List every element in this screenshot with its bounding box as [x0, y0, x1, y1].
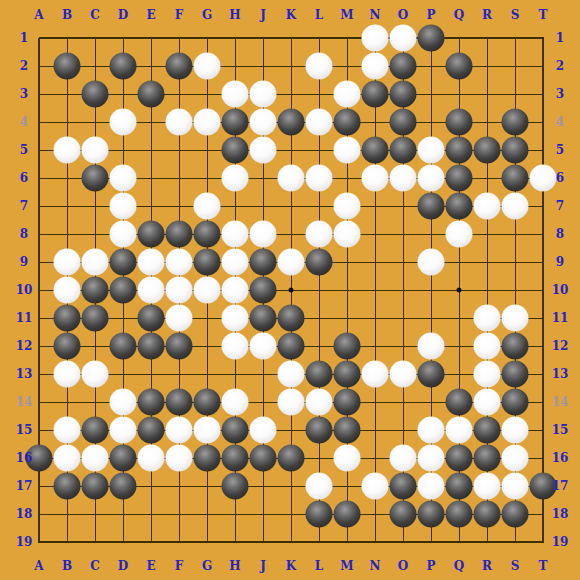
intersection[interactable] — [110, 81, 137, 108]
intersection[interactable] — [362, 305, 389, 332]
stone-black[interactable] — [446, 193, 473, 220]
intersection[interactable] — [474, 165, 501, 192]
intersection[interactable] — [278, 81, 305, 108]
stone-black[interactable] — [362, 137, 389, 164]
stone-black[interactable] — [110, 249, 137, 276]
stone-white[interactable] — [418, 137, 445, 164]
intersection[interactable] — [334, 53, 361, 80]
intersection[interactable] — [334, 473, 361, 500]
stone-white[interactable] — [334, 221, 361, 248]
intersection[interactable] — [138, 137, 165, 164]
intersection[interactable] — [194, 333, 221, 360]
stone-black[interactable] — [390, 137, 417, 164]
stone-white[interactable] — [138, 249, 165, 276]
stone-white[interactable] — [194, 53, 221, 80]
intersection[interactable] — [110, 25, 137, 52]
stone-black[interactable] — [306, 501, 333, 528]
stone-black[interactable] — [390, 501, 417, 528]
intersection[interactable] — [26, 25, 53, 52]
stone-black[interactable] — [54, 333, 81, 360]
intersection[interactable] — [306, 305, 333, 332]
intersection[interactable] — [82, 109, 109, 136]
stone-black[interactable] — [446, 137, 473, 164]
intersection[interactable] — [250, 389, 277, 416]
stone-black[interactable] — [446, 53, 473, 80]
intersection[interactable] — [194, 137, 221, 164]
stone-white[interactable] — [166, 249, 193, 276]
stone-black[interactable] — [250, 277, 277, 304]
stone-white[interactable] — [250, 221, 277, 248]
intersection[interactable] — [54, 81, 81, 108]
intersection[interactable] — [474, 277, 501, 304]
stone-black[interactable] — [502, 137, 529, 164]
stone-black[interactable] — [222, 445, 249, 472]
stone-black[interactable] — [306, 417, 333, 444]
stone-white[interactable] — [474, 305, 501, 332]
stone-white[interactable] — [334, 193, 361, 220]
stone-white[interactable] — [446, 221, 473, 248]
stone-black[interactable] — [474, 137, 501, 164]
intersection[interactable] — [530, 221, 557, 248]
stone-white[interactable] — [54, 277, 81, 304]
intersection[interactable] — [110, 501, 137, 528]
stone-white[interactable] — [362, 165, 389, 192]
intersection[interactable] — [138, 53, 165, 80]
intersection[interactable] — [26, 221, 53, 248]
stone-black[interactable] — [82, 417, 109, 444]
intersection[interactable] — [446, 529, 473, 556]
intersection[interactable] — [390, 277, 417, 304]
intersection[interactable] — [306, 529, 333, 556]
stone-black[interactable] — [334, 361, 361, 388]
stone-black[interactable] — [194, 445, 221, 472]
stone-black[interactable] — [362, 81, 389, 108]
intersection[interactable] — [194, 165, 221, 192]
intersection[interactable] — [278, 53, 305, 80]
intersection[interactable] — [194, 81, 221, 108]
stone-white[interactable] — [474, 333, 501, 360]
intersection[interactable] — [474, 221, 501, 248]
stone-white[interactable] — [390, 361, 417, 388]
intersection[interactable] — [390, 249, 417, 276]
stone-black[interactable] — [502, 389, 529, 416]
intersection[interactable] — [362, 333, 389, 360]
intersection[interactable] — [222, 53, 249, 80]
intersection[interactable] — [110, 529, 137, 556]
intersection[interactable] — [278, 417, 305, 444]
intersection[interactable] — [334, 277, 361, 304]
stone-white[interactable] — [362, 473, 389, 500]
intersection[interactable] — [502, 249, 529, 276]
intersection[interactable] — [362, 221, 389, 248]
intersection[interactable] — [362, 501, 389, 528]
intersection[interactable] — [502, 81, 529, 108]
intersection[interactable] — [474, 529, 501, 556]
intersection[interactable] — [138, 165, 165, 192]
stone-black[interactable] — [54, 305, 81, 332]
stone-white[interactable] — [390, 165, 417, 192]
stone-white[interactable] — [250, 109, 277, 136]
stone-white[interactable] — [502, 305, 529, 332]
intersection[interactable] — [26, 53, 53, 80]
stone-black[interactable] — [166, 389, 193, 416]
stone-black[interactable] — [390, 109, 417, 136]
intersection[interactable] — [54, 529, 81, 556]
intersection[interactable] — [390, 193, 417, 220]
stone-black[interactable] — [306, 249, 333, 276]
stone-white[interactable] — [278, 361, 305, 388]
intersection[interactable] — [138, 109, 165, 136]
intersection[interactable] — [194, 501, 221, 528]
intersection[interactable] — [418, 81, 445, 108]
stone-black[interactable] — [278, 305, 305, 332]
intersection[interactable] — [278, 277, 305, 304]
intersection[interactable] — [110, 305, 137, 332]
stone-black[interactable] — [446, 473, 473, 500]
stone-white[interactable] — [418, 249, 445, 276]
stone-black[interactable] — [82, 277, 109, 304]
stone-white[interactable] — [166, 445, 193, 472]
stone-black[interactable] — [138, 389, 165, 416]
intersection[interactable] — [110, 361, 137, 388]
stone-black[interactable] — [306, 361, 333, 388]
stone-white[interactable] — [474, 361, 501, 388]
intersection[interactable] — [26, 165, 53, 192]
stone-black[interactable] — [446, 501, 473, 528]
stone-white[interactable] — [250, 417, 277, 444]
intersection[interactable] — [82, 501, 109, 528]
stone-black[interactable] — [82, 81, 109, 108]
intersection[interactable] — [530, 249, 557, 276]
stone-black[interactable] — [110, 333, 137, 360]
stone-white[interactable] — [250, 81, 277, 108]
intersection[interactable] — [446, 333, 473, 360]
intersection[interactable] — [166, 165, 193, 192]
intersection[interactable] — [54, 25, 81, 52]
stone-white[interactable] — [54, 249, 81, 276]
stone-white[interactable] — [194, 109, 221, 136]
intersection[interactable] — [54, 389, 81, 416]
stone-black[interactable] — [278, 333, 305, 360]
stone-black[interactable] — [502, 165, 529, 192]
stone-black[interactable] — [418, 25, 445, 52]
intersection[interactable] — [446, 81, 473, 108]
intersection[interactable] — [474, 109, 501, 136]
intersection[interactable] — [334, 529, 361, 556]
intersection[interactable] — [82, 25, 109, 52]
intersection[interactable] — [54, 221, 81, 248]
intersection[interactable] — [502, 221, 529, 248]
intersection[interactable] — [278, 473, 305, 500]
intersection[interactable] — [418, 389, 445, 416]
stone-black[interactable] — [502, 333, 529, 360]
intersection[interactable] — [82, 529, 109, 556]
stone-white[interactable] — [194, 193, 221, 220]
stone-black[interactable] — [138, 81, 165, 108]
stone-black[interactable] — [390, 53, 417, 80]
stone-white[interactable] — [54, 137, 81, 164]
stone-black[interactable] — [418, 501, 445, 528]
stone-black[interactable] — [110, 445, 137, 472]
stone-white[interactable] — [110, 221, 137, 248]
intersection[interactable] — [446, 361, 473, 388]
stone-black[interactable] — [54, 53, 81, 80]
stone-white[interactable] — [138, 277, 165, 304]
stone-white[interactable] — [54, 417, 81, 444]
stone-white[interactable] — [474, 389, 501, 416]
intersection[interactable] — [54, 501, 81, 528]
stone-white[interactable] — [82, 137, 109, 164]
intersection[interactable] — [530, 25, 557, 52]
stone-white[interactable] — [250, 333, 277, 360]
stone-black[interactable] — [138, 221, 165, 248]
intersection[interactable] — [166, 137, 193, 164]
intersection[interactable] — [166, 473, 193, 500]
stone-white[interactable] — [418, 165, 445, 192]
stone-white[interactable] — [110, 165, 137, 192]
stone-white[interactable] — [222, 165, 249, 192]
stone-white[interactable] — [306, 473, 333, 500]
stone-white[interactable] — [390, 445, 417, 472]
stone-white[interactable] — [530, 165, 557, 192]
intersection[interactable] — [418, 277, 445, 304]
intersection[interactable] — [362, 277, 389, 304]
stone-black[interactable] — [222, 137, 249, 164]
stone-black[interactable] — [446, 389, 473, 416]
intersection[interactable] — [54, 193, 81, 220]
intersection[interactable] — [278, 529, 305, 556]
stone-black[interactable] — [278, 445, 305, 472]
intersection[interactable] — [306, 333, 333, 360]
intersection[interactable] — [334, 305, 361, 332]
intersection[interactable] — [222, 193, 249, 220]
stone-white[interactable] — [82, 361, 109, 388]
stone-white[interactable] — [222, 81, 249, 108]
intersection[interactable] — [26, 109, 53, 136]
stone-white[interactable] — [138, 445, 165, 472]
stone-white[interactable] — [418, 417, 445, 444]
intersection[interactable] — [194, 473, 221, 500]
stone-white[interactable] — [502, 445, 529, 472]
stone-white[interactable] — [250, 137, 277, 164]
stone-black[interactable] — [110, 277, 137, 304]
stone-black[interactable] — [334, 333, 361, 360]
stone-black[interactable] — [502, 361, 529, 388]
intersection[interactable] — [166, 501, 193, 528]
intersection[interactable] — [390, 333, 417, 360]
stone-black[interactable] — [390, 81, 417, 108]
intersection[interactable] — [194, 529, 221, 556]
stone-white[interactable] — [334, 81, 361, 108]
intersection[interactable] — [530, 53, 557, 80]
intersection[interactable] — [82, 193, 109, 220]
intersection[interactable] — [306, 193, 333, 220]
stone-white[interactable] — [222, 333, 249, 360]
intersection[interactable] — [250, 473, 277, 500]
stone-black[interactable] — [278, 109, 305, 136]
stone-black[interactable] — [502, 501, 529, 528]
stone-white[interactable] — [474, 473, 501, 500]
stone-black[interactable] — [110, 53, 137, 80]
intersection[interactable] — [222, 501, 249, 528]
intersection[interactable] — [502, 277, 529, 304]
intersection[interactable] — [334, 25, 361, 52]
stone-white[interactable] — [306, 53, 333, 80]
stone-white[interactable] — [222, 249, 249, 276]
intersection[interactable] — [166, 81, 193, 108]
stone-white[interactable] — [222, 305, 249, 332]
intersection[interactable] — [138, 501, 165, 528]
intersection[interactable] — [166, 25, 193, 52]
intersection[interactable] — [250, 25, 277, 52]
stone-white[interactable] — [166, 277, 193, 304]
stone-white[interactable] — [222, 221, 249, 248]
stone-white[interactable] — [110, 193, 137, 220]
stone-white[interactable] — [278, 165, 305, 192]
stone-black[interactable] — [194, 249, 221, 276]
stone-white[interactable] — [502, 193, 529, 220]
stone-black[interactable] — [250, 445, 277, 472]
stone-white[interactable] — [110, 389, 137, 416]
intersection[interactable] — [26, 193, 53, 220]
intersection[interactable] — [418, 221, 445, 248]
stone-black[interactable] — [222, 417, 249, 444]
intersection[interactable] — [54, 109, 81, 136]
intersection[interactable] — [82, 221, 109, 248]
intersection[interactable] — [418, 305, 445, 332]
intersection[interactable] — [194, 305, 221, 332]
intersection[interactable] — [474, 249, 501, 276]
intersection[interactable] — [530, 109, 557, 136]
intersection[interactable] — [474, 53, 501, 80]
stone-black[interactable] — [138, 333, 165, 360]
intersection[interactable] — [278, 501, 305, 528]
stone-white[interactable] — [166, 109, 193, 136]
intersection[interactable] — [446, 277, 473, 304]
stone-black[interactable] — [54, 473, 81, 500]
stone-black[interactable] — [474, 417, 501, 444]
stone-black[interactable] — [446, 109, 473, 136]
intersection[interactable] — [446, 305, 473, 332]
stone-black[interactable] — [250, 249, 277, 276]
stone-white[interactable] — [390, 25, 417, 52]
stone-white[interactable] — [362, 53, 389, 80]
intersection[interactable] — [166, 361, 193, 388]
intersection[interactable] — [26, 81, 53, 108]
intersection[interactable] — [418, 109, 445, 136]
stone-white[interactable] — [306, 389, 333, 416]
stone-white[interactable] — [222, 389, 249, 416]
intersection[interactable] — [390, 305, 417, 332]
stone-white[interactable] — [110, 417, 137, 444]
stone-white[interactable] — [418, 333, 445, 360]
stone-black[interactable] — [82, 165, 109, 192]
stone-black[interactable] — [334, 501, 361, 528]
stone-black[interactable] — [474, 501, 501, 528]
stone-white[interactable] — [306, 165, 333, 192]
stone-white[interactable] — [194, 277, 221, 304]
intersection[interactable] — [362, 417, 389, 444]
intersection[interactable] — [250, 361, 277, 388]
intersection[interactable] — [390, 221, 417, 248]
intersection[interactable] — [138, 473, 165, 500]
intersection[interactable] — [82, 333, 109, 360]
intersection[interactable] — [530, 193, 557, 220]
intersection[interactable] — [26, 249, 53, 276]
stone-white[interactable] — [502, 417, 529, 444]
intersection[interactable] — [26, 137, 53, 164]
intersection[interactable] — [138, 193, 165, 220]
stone-white[interactable] — [82, 249, 109, 276]
intersection[interactable] — [138, 361, 165, 388]
stone-black[interactable] — [418, 361, 445, 388]
intersection[interactable] — [166, 529, 193, 556]
intersection[interactable] — [194, 25, 221, 52]
stone-white[interactable] — [362, 25, 389, 52]
stone-white[interactable] — [362, 361, 389, 388]
stone-black[interactable] — [334, 417, 361, 444]
stone-white[interactable] — [306, 109, 333, 136]
stone-black[interactable] — [82, 305, 109, 332]
intersection[interactable] — [502, 53, 529, 80]
intersection[interactable] — [530, 81, 557, 108]
intersection[interactable] — [54, 165, 81, 192]
intersection[interactable] — [362, 529, 389, 556]
stone-white[interactable] — [54, 361, 81, 388]
stone-white[interactable] — [418, 473, 445, 500]
intersection[interactable] — [250, 193, 277, 220]
stone-black[interactable] — [446, 165, 473, 192]
stone-white[interactable] — [418, 445, 445, 472]
stone-black[interactable] — [110, 473, 137, 500]
stone-black[interactable] — [166, 221, 193, 248]
stone-black[interactable] — [250, 305, 277, 332]
intersection[interactable] — [306, 445, 333, 472]
intersection[interactable] — [502, 529, 529, 556]
intersection[interactable] — [250, 53, 277, 80]
stone-white[interactable] — [334, 445, 361, 472]
stone-white[interactable] — [278, 249, 305, 276]
stone-black[interactable] — [138, 417, 165, 444]
intersection[interactable] — [362, 109, 389, 136]
stone-white[interactable] — [222, 277, 249, 304]
stone-black[interactable] — [166, 333, 193, 360]
intersection[interactable] — [362, 193, 389, 220]
stone-black[interactable] — [474, 445, 501, 472]
intersection[interactable] — [222, 25, 249, 52]
intersection[interactable] — [250, 501, 277, 528]
stone-black[interactable] — [82, 473, 109, 500]
intersection[interactable] — [530, 137, 557, 164]
intersection[interactable] — [474, 25, 501, 52]
intersection[interactable] — [334, 249, 361, 276]
intersection[interactable] — [418, 53, 445, 80]
stone-white[interactable] — [474, 193, 501, 220]
intersection[interactable] — [138, 25, 165, 52]
intersection[interactable] — [334, 165, 361, 192]
stone-black[interactable] — [502, 109, 529, 136]
stone-white[interactable] — [110, 109, 137, 136]
intersection[interactable] — [166, 193, 193, 220]
intersection[interactable] — [222, 361, 249, 388]
stone-white[interactable] — [306, 221, 333, 248]
intersection[interactable] — [362, 389, 389, 416]
intersection[interactable] — [110, 137, 137, 164]
stone-white[interactable] — [278, 389, 305, 416]
stone-black[interactable] — [390, 473, 417, 500]
intersection[interactable] — [138, 529, 165, 556]
stone-white[interactable] — [446, 417, 473, 444]
